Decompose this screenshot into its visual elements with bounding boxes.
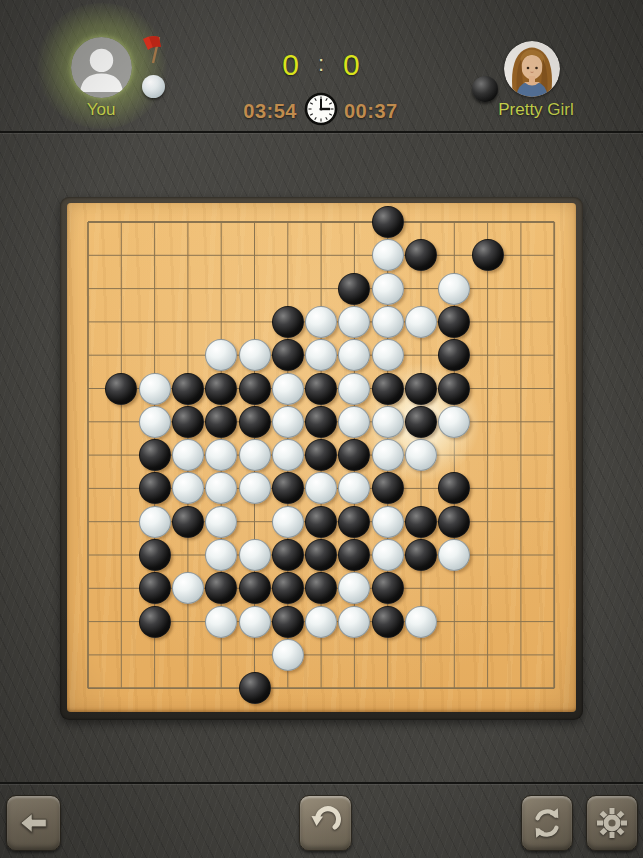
score-display: 0 : 0 (282, 48, 360, 82)
stone-black (239, 672, 271, 704)
stone-white (239, 539, 271, 571)
stone-black (272, 572, 304, 604)
stone-black (139, 539, 171, 571)
stone-white (139, 406, 171, 438)
stone-black (405, 506, 437, 538)
stone-white (405, 606, 437, 638)
stone-white (372, 406, 404, 438)
stone-white (139, 506, 171, 538)
score-colon: : (318, 51, 324, 79)
left-arrow-icon (17, 806, 51, 840)
stone-white (405, 439, 437, 471)
stone-white (272, 439, 304, 471)
person-silhouette-icon (71, 37, 132, 98)
stone-white (239, 472, 271, 504)
stone-white (338, 373, 370, 405)
clock-icon (304, 92, 338, 126)
left-player-timer: 03:54 (243, 100, 297, 123)
stone-black (305, 506, 337, 538)
stone-white (372, 539, 404, 571)
left-player-name: You (87, 100, 116, 120)
stone-white (338, 606, 370, 638)
stone-white (272, 639, 304, 671)
stone-black (172, 506, 204, 538)
settings-button[interactable] (586, 795, 638, 851)
stone-black (438, 506, 470, 538)
stone-white (372, 439, 404, 471)
gomoku-app-screen: { "game": "Gomoku (Five in a Row) on a 1… (0, 0, 643, 858)
stone-black (272, 539, 304, 571)
stone-black (239, 572, 271, 604)
stone-white (372, 339, 404, 371)
stone-black (272, 606, 304, 638)
stone-black (438, 306, 470, 338)
stone-black (372, 206, 404, 238)
stone-black (338, 273, 370, 305)
undo-arrow-icon (308, 805, 344, 841)
stone-white (239, 606, 271, 638)
stone-black (472, 239, 504, 271)
stone-black (438, 373, 470, 405)
stone-white (372, 239, 404, 271)
stone-white (272, 506, 304, 538)
stone-white (372, 306, 404, 338)
stone-black (205, 406, 237, 438)
flag-icon (138, 34, 166, 66)
stone-black (372, 572, 404, 604)
stone-white (139, 373, 171, 405)
stone-white (372, 506, 404, 538)
stone-white (239, 339, 271, 371)
stone-black (372, 606, 404, 638)
stone-black (239, 406, 271, 438)
back-button[interactable] (6, 795, 61, 851)
stone-black (139, 472, 171, 504)
stone-white (272, 406, 304, 438)
board-frame (60, 197, 583, 720)
stone-black (305, 373, 337, 405)
stone-black (139, 439, 171, 471)
header-divider (0, 131, 643, 133)
black-stone-indicator (472, 76, 498, 102)
stone-black (205, 373, 237, 405)
stone-black (139, 606, 171, 638)
stone-black (172, 406, 204, 438)
stone-black (338, 506, 370, 538)
white-stone-indicator (142, 75, 165, 98)
stone-white (405, 306, 437, 338)
avatar (71, 37, 132, 98)
stone-white (205, 606, 237, 638)
header-bar: You 0 : 0 03:54 00:37 (0, 0, 643, 131)
stone-white (372, 273, 404, 305)
stone-black (305, 539, 337, 571)
stone-white (338, 406, 370, 438)
gear-icon (594, 805, 630, 841)
restart-button[interactable] (521, 795, 573, 851)
refresh-arrows-icon (530, 806, 564, 840)
stone-white (305, 606, 337, 638)
stone-white (305, 306, 337, 338)
stone-white (272, 373, 304, 405)
stone-black (239, 373, 271, 405)
stone-black (372, 472, 404, 504)
undo-button[interactable] (299, 795, 352, 851)
right-player-timer: 00:37 (344, 100, 398, 123)
score-left: 0 (282, 48, 299, 82)
stone-black (405, 373, 437, 405)
stone-white (205, 506, 237, 538)
right-player-name: Pretty Girl (498, 100, 574, 120)
stone-black (272, 306, 304, 338)
stone-white (239, 439, 271, 471)
stone-white (205, 539, 237, 571)
score-right: 0 (343, 48, 360, 82)
girl-portrait-icon (504, 41, 560, 97)
toolbar-divider (0, 782, 643, 784)
stone-white (172, 572, 204, 604)
stone-black (372, 373, 404, 405)
go-board[interactable] (67, 203, 576, 712)
stone-black (139, 572, 171, 604)
stone-black (305, 406, 337, 438)
stone-black (405, 539, 437, 571)
stone-black (105, 373, 137, 405)
stone-white (438, 406, 470, 438)
stone-black (172, 373, 204, 405)
stone-white (172, 439, 204, 471)
stone-black (305, 439, 337, 471)
opponent-avatar (504, 41, 560, 97)
stone-black (405, 406, 437, 438)
stone-black (272, 472, 304, 504)
stone-white (438, 273, 470, 305)
stone-black (272, 339, 304, 371)
